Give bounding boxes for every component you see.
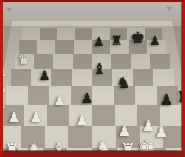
square-c8[interactable]: [57, 28, 75, 40]
black-bishop-e5[interactable]: ♝: [92, 62, 107, 77]
square-g5[interactable]: [133, 69, 153, 86]
black-pawn-e7[interactable]: ♟: [93, 36, 105, 48]
square-a8[interactable]: [22, 28, 40, 40]
white-pawn-c4[interactable]: ♟: [53, 94, 66, 107]
white-knight-e1[interactable]: ♞: [95, 139, 112, 156]
square-c7[interactable]: [55, 40, 73, 54]
white-pawn-d3[interactable]: ♟: [75, 113, 89, 127]
black-rook-f7[interactable]: ♜: [110, 34, 123, 47]
black-pawn-d4[interactable]: ♟: [80, 91, 94, 105]
captured-white-pawn-1: ♟: [0, 80, 8, 94]
white-rook-f1[interactable]: ♜: [119, 141, 137, 157]
rim-etched-marks: · ‥ ·: [54, 21, 69, 27]
white-king-g1[interactable]: ♚: [137, 138, 158, 157]
captured-black-rook: ♜: [176, 90, 185, 105]
square-b8[interactable]: [40, 28, 58, 40]
black-pawn-h3[interactable]: ♟: [159, 93, 174, 108]
white-pawn-f2[interactable]: ♟: [117, 124, 132, 139]
black-pawn-b5[interactable]: ♟: [38, 69, 51, 82]
square-b7[interactable]: [37, 40, 55, 54]
black-knight-f4[interactable]: ♞: [116, 76, 131, 91]
square-d6[interactable]: [73, 54, 92, 69]
white-bishop-c1[interactable]: ♝: [50, 140, 68, 157]
square-c5[interactable]: [51, 69, 71, 86]
white-pawn-a3[interactable]: ♟: [7, 110, 21, 124]
square-h6[interactable]: [150, 54, 169, 69]
square-d7[interactable]: [74, 40, 92, 54]
square-b4[interactable]: [28, 86, 50, 105]
square-d1[interactable]: [67, 148, 92, 157]
square-d8[interactable]: [75, 28, 93, 40]
captured-white-pawn-2: ♟: [0, 96, 7, 110]
square-c3[interactable]: [47, 105, 70, 126]
black-king-g7[interactable]: ♚: [130, 30, 146, 46]
square-a5[interactable]: [11, 69, 31, 86]
square-d2[interactable]: [68, 126, 92, 148]
square-h5[interactable]: [153, 69, 173, 86]
captured-white-bishop: ♝: [0, 64, 9, 78]
square-b6[interactable]: [34, 54, 53, 69]
chess-board-screenshot: ➤ ➤ · ‥ · ♛ ♟ ♟ ♟ ♟ ♟ ♟ ♟ ♜ ♞ ♝ ♞ ♜ ♚ ♟ …: [0, 0, 185, 157]
square-e3[interactable]: [92, 105, 115, 126]
square-c6[interactable]: [53, 54, 72, 69]
square-a4[interactable]: [6, 86, 28, 105]
white-rook-a1[interactable]: ♜: [3, 141, 21, 157]
square-g4[interactable]: [135, 86, 157, 105]
square-e4[interactable]: [92, 86, 114, 105]
square-f6[interactable]: [111, 54, 130, 69]
white-knight-b1[interactable]: ♞: [26, 141, 44, 157]
square-d5[interactable]: [72, 69, 92, 86]
white-queen-a6[interactable]: ♛: [17, 52, 31, 66]
white-pawn-b3[interactable]: ♟: [29, 110, 43, 124]
square-h1[interactable]: [166, 148, 185, 157]
black-pawn-h7[interactable]: ♟: [149, 35, 161, 47]
square-g6[interactable]: [131, 54, 150, 69]
